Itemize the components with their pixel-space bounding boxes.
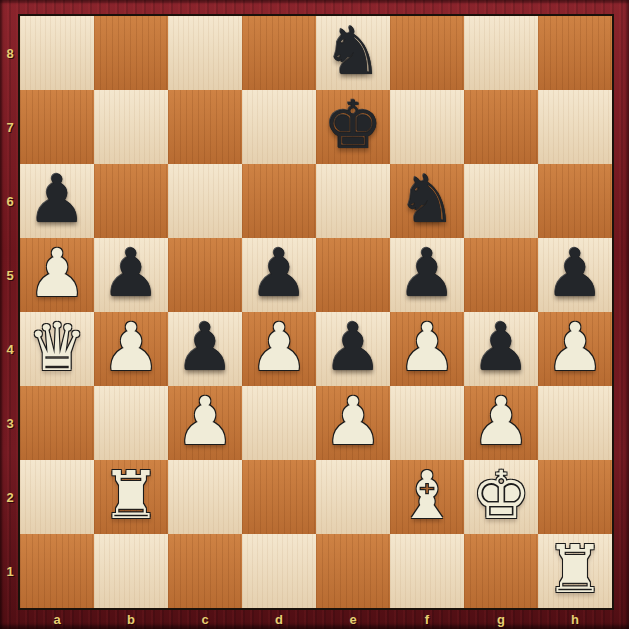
black-pawn[interactable]: ♟	[94, 238, 168, 312]
square-d8[interactable]	[242, 16, 316, 90]
white-pawn[interactable]: ♟	[316, 386, 390, 460]
square-d2[interactable]	[242, 460, 316, 534]
rank-label-2: 2	[0, 460, 20, 534]
square-f7[interactable]	[390, 90, 464, 164]
square-a3[interactable]	[20, 386, 94, 460]
square-g6[interactable]	[464, 164, 538, 238]
square-h6[interactable]	[538, 164, 612, 238]
square-g1[interactable]	[464, 534, 538, 608]
rank-label-6: 6	[0, 164, 20, 238]
square-c3[interactable]: ♟	[168, 386, 242, 460]
rank-label-8: 8	[0, 16, 20, 90]
square-d5[interactable]: ♟	[242, 238, 316, 312]
white-pawn[interactable]: ♟	[94, 312, 168, 386]
square-f2[interactable]: ♝	[390, 460, 464, 534]
square-h7[interactable]	[538, 90, 612, 164]
file-label-h: h	[538, 608, 612, 629]
white-king[interactable]: ♚	[464, 460, 538, 534]
square-b8[interactable]	[94, 16, 168, 90]
square-a4[interactable]: ♛	[20, 312, 94, 386]
black-pawn[interactable]: ♟	[390, 238, 464, 312]
file-label-a: a	[20, 608, 94, 629]
white-rook[interactable]: ♜	[94, 460, 168, 534]
square-e7[interactable]: ♚	[316, 90, 390, 164]
black-pawn[interactable]: ♟	[464, 312, 538, 386]
chess-board: ♞♚♟♞♟♟♟♟♟♛♟♟♟♟♟♟♟♟♟♟♜♝♚♜	[18, 14, 614, 610]
square-h2[interactable]	[538, 460, 612, 534]
square-e6[interactable]	[316, 164, 390, 238]
square-f5[interactable]: ♟	[390, 238, 464, 312]
white-pawn[interactable]: ♟	[20, 238, 94, 312]
square-e4[interactable]: ♟	[316, 312, 390, 386]
black-knight[interactable]: ♞	[390, 164, 464, 238]
square-h4[interactable]: ♟	[538, 312, 612, 386]
square-g8[interactable]	[464, 16, 538, 90]
square-c4[interactable]: ♟	[168, 312, 242, 386]
square-c5[interactable]	[168, 238, 242, 312]
rank-label-4: 4	[0, 312, 20, 386]
square-b2[interactable]: ♜	[94, 460, 168, 534]
square-c8[interactable]	[168, 16, 242, 90]
square-a7[interactable]	[20, 90, 94, 164]
square-h1[interactable]: ♜	[538, 534, 612, 608]
square-g2[interactable]: ♚	[464, 460, 538, 534]
file-labels: abcdefgh	[20, 608, 612, 629]
square-a6[interactable]: ♟	[20, 164, 94, 238]
square-f6[interactable]: ♞	[390, 164, 464, 238]
square-a2[interactable]	[20, 460, 94, 534]
white-pawn[interactable]: ♟	[464, 386, 538, 460]
black-knight[interactable]: ♞	[316, 16, 390, 90]
file-label-c: c	[168, 608, 242, 629]
square-h5[interactable]: ♟	[538, 238, 612, 312]
square-b5[interactable]: ♟	[94, 238, 168, 312]
square-e8[interactable]: ♞	[316, 16, 390, 90]
square-d1[interactable]	[242, 534, 316, 608]
square-b4[interactable]: ♟	[94, 312, 168, 386]
white-pawn[interactable]: ♟	[390, 312, 464, 386]
square-e3[interactable]: ♟	[316, 386, 390, 460]
file-label-b: b	[94, 608, 168, 629]
square-h8[interactable]	[538, 16, 612, 90]
square-f1[interactable]	[390, 534, 464, 608]
black-pawn[interactable]: ♟	[316, 312, 390, 386]
square-a5[interactable]: ♟	[20, 238, 94, 312]
black-pawn[interactable]: ♟	[168, 312, 242, 386]
square-g7[interactable]	[464, 90, 538, 164]
square-a8[interactable]	[20, 16, 94, 90]
square-c6[interactable]	[168, 164, 242, 238]
square-f8[interactable]	[390, 16, 464, 90]
square-g4[interactable]: ♟	[464, 312, 538, 386]
black-king[interactable]: ♚	[316, 90, 390, 164]
white-pawn[interactable]: ♟	[538, 312, 612, 386]
square-d6[interactable]	[242, 164, 316, 238]
square-a1[interactable]	[20, 534, 94, 608]
square-d3[interactable]	[242, 386, 316, 460]
square-b3[interactable]	[94, 386, 168, 460]
square-c7[interactable]	[168, 90, 242, 164]
white-bishop[interactable]: ♝	[390, 460, 464, 534]
square-e1[interactable]	[316, 534, 390, 608]
square-b7[interactable]	[94, 90, 168, 164]
square-f3[interactable]	[390, 386, 464, 460]
file-label-g: g	[464, 608, 538, 629]
square-b6[interactable]	[94, 164, 168, 238]
square-b1[interactable]	[94, 534, 168, 608]
rank-label-7: 7	[0, 90, 20, 164]
black-pawn[interactable]: ♟	[538, 238, 612, 312]
square-d4[interactable]: ♟	[242, 312, 316, 386]
square-h3[interactable]	[538, 386, 612, 460]
file-label-f: f	[390, 608, 464, 629]
black-pawn[interactable]: ♟	[242, 238, 316, 312]
white-pawn[interactable]: ♟	[168, 386, 242, 460]
rank-label-1: 1	[0, 534, 20, 608]
white-pawn[interactable]: ♟	[242, 312, 316, 386]
square-f4[interactable]: ♟	[390, 312, 464, 386]
square-e5[interactable]	[316, 238, 390, 312]
square-e2[interactable]	[316, 460, 390, 534]
white-queen[interactable]: ♛	[20, 312, 94, 386]
square-g3[interactable]: ♟	[464, 386, 538, 460]
square-c1[interactable]	[168, 534, 242, 608]
square-g5[interactable]	[464, 238, 538, 312]
rank-label-3: 3	[0, 386, 20, 460]
file-label-e: e	[316, 608, 390, 629]
chess-board-frame: 87654321 abcdefgh ♞♚♟♞♟♟♟♟♟♛♟♟♟♟♟♟♟♟♟♟♜♝…	[0, 0, 629, 629]
black-pawn[interactable]: ♟	[20, 164, 94, 238]
white-rook[interactable]: ♜	[538, 534, 612, 608]
square-c2[interactable]	[168, 460, 242, 534]
rank-labels: 87654321	[0, 16, 20, 608]
rank-label-5: 5	[0, 238, 20, 312]
square-d7[interactable]	[242, 90, 316, 164]
file-label-d: d	[242, 608, 316, 629]
